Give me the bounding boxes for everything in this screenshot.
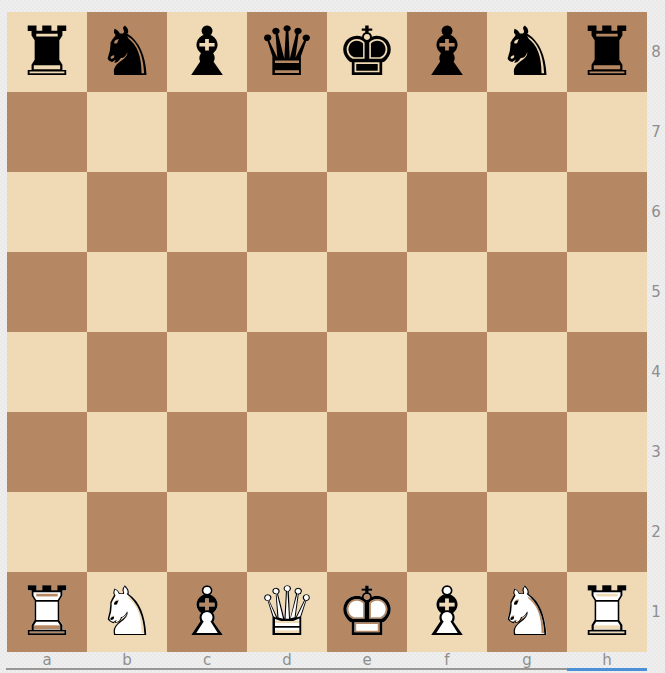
square-g2[interactable]	[487, 492, 567, 572]
square-g5[interactable]	[487, 252, 567, 332]
rank-label-8: 8	[647, 12, 665, 92]
square-f8[interactable]: ♝	[407, 12, 487, 92]
white-king-glyph: ♚	[327, 572, 407, 652]
rank-label-4: 4	[647, 332, 665, 412]
rank-label-5: 5	[647, 252, 665, 332]
file-label-e: e	[327, 652, 407, 668]
square-h7[interactable]	[567, 92, 647, 172]
piece-white-rook[interactable]: ♜♖	[7, 572, 87, 652]
square-e7[interactable]	[327, 92, 407, 172]
piece-white-queen[interactable]: ♛♕	[247, 572, 327, 652]
square-d1[interactable]: ♛♕	[247, 572, 327, 652]
piece-black-bishop[interactable]: ♝	[407, 12, 487, 92]
square-b7[interactable]	[87, 92, 167, 172]
file-label-d: d	[247, 652, 327, 668]
square-b8[interactable]: ♞	[87, 12, 167, 92]
rank-coordinates: 87654321	[647, 12, 665, 652]
square-a6[interactable]	[7, 172, 87, 252]
square-d2[interactable]	[247, 492, 327, 572]
square-b1[interactable]: ♞♘	[87, 572, 167, 652]
black-knight-glyph: ♞	[87, 12, 167, 92]
square-f7[interactable]	[407, 92, 487, 172]
square-f5[interactable]	[407, 252, 487, 332]
square-c8[interactable]: ♝	[167, 12, 247, 92]
black-rook-glyph: ♜	[7, 12, 87, 92]
white-bishop-outline-glyph: ♗	[167, 572, 247, 652]
piece-black-knight[interactable]: ♞	[487, 12, 567, 92]
square-f4[interactable]	[407, 332, 487, 412]
piece-white-king[interactable]: ♚♔	[327, 572, 407, 652]
square-a3[interactable]	[7, 412, 87, 492]
file-label-h: h	[567, 652, 647, 668]
square-f1[interactable]: ♝♗	[407, 572, 487, 652]
white-rook-outline-glyph: ♖	[7, 572, 87, 652]
square-a4[interactable]	[7, 332, 87, 412]
black-rook-glyph: ♜	[567, 12, 647, 92]
square-b3[interactable]	[87, 412, 167, 492]
white-queen-glyph: ♛	[247, 572, 327, 652]
square-h1[interactable]: ♜♖	[567, 572, 647, 652]
square-a1[interactable]: ♜♖	[7, 572, 87, 652]
rank-label-7: 7	[647, 92, 665, 172]
square-h2[interactable]	[567, 492, 647, 572]
piece-white-knight[interactable]: ♞♘	[487, 572, 567, 652]
square-h6[interactable]	[567, 172, 647, 252]
piece-black-rook[interactable]: ♜	[567, 12, 647, 92]
bottom-rule-track	[6, 668, 567, 670]
white-rook-outline-glyph: ♖	[567, 572, 647, 652]
file-label-c: c	[167, 652, 247, 668]
square-e5[interactable]	[327, 252, 407, 332]
square-h4[interactable]	[567, 332, 647, 412]
square-c1[interactable]: ♝♗	[167, 572, 247, 652]
file-coordinates: abcdefgh	[7, 652, 647, 668]
square-c2[interactable]	[167, 492, 247, 572]
square-a7[interactable]	[7, 92, 87, 172]
white-king-outline-glyph: ♔	[327, 572, 407, 652]
square-c6[interactable]	[167, 172, 247, 252]
square-g8[interactable]: ♞	[487, 12, 567, 92]
square-c3[interactable]	[167, 412, 247, 492]
square-g6[interactable]	[487, 172, 567, 252]
square-g3[interactable]	[487, 412, 567, 492]
white-knight-glyph: ♞	[487, 572, 567, 652]
square-e8[interactable]: ♚	[327, 12, 407, 92]
piece-black-knight[interactable]: ♞	[87, 12, 167, 92]
square-c4[interactable]	[167, 332, 247, 412]
square-d5[interactable]	[247, 252, 327, 332]
square-b2[interactable]	[87, 492, 167, 572]
square-h3[interactable]	[567, 412, 647, 492]
square-b6[interactable]	[87, 172, 167, 252]
rank-label-3: 3	[647, 412, 665, 492]
square-g1[interactable]: ♞♘	[487, 572, 567, 652]
piece-white-knight[interactable]: ♞♘	[87, 572, 167, 652]
square-b4[interactable]	[87, 332, 167, 412]
rank-label-2: 2	[647, 492, 665, 572]
square-f3[interactable]	[407, 412, 487, 492]
square-h8[interactable]: ♜	[567, 12, 647, 92]
white-knight-glyph: ♞	[87, 572, 167, 652]
file-label-b: b	[87, 652, 167, 668]
square-a2[interactable]	[7, 492, 87, 572]
square-d7[interactable]	[247, 92, 327, 172]
square-f6[interactable]	[407, 172, 487, 252]
square-b5[interactable]	[87, 252, 167, 332]
square-e1[interactable]: ♚♔	[327, 572, 407, 652]
rank-label-1: 1	[647, 572, 665, 652]
white-knight-outline-glyph: ♘	[87, 572, 167, 652]
square-c5[interactable]	[167, 252, 247, 332]
white-bishop-outline-glyph: ♗	[407, 572, 487, 652]
piece-white-bishop[interactable]: ♝♗	[167, 572, 247, 652]
chess-board: ♜♞♝♛♚♝♞♜♜♖♞♘♝♗♛♕♚♔♝♗♞♘♜♖	[7, 12, 647, 652]
square-e6[interactable]	[327, 172, 407, 252]
piece-white-rook[interactable]: ♜♖	[567, 572, 647, 652]
rank-label-6: 6	[647, 172, 665, 252]
square-d8[interactable]: ♛	[247, 12, 327, 92]
white-bishop-glyph: ♝	[167, 572, 247, 652]
square-d3[interactable]	[247, 412, 327, 492]
piece-black-queen[interactable]: ♛	[247, 12, 327, 92]
square-c7[interactable]	[167, 92, 247, 172]
file-label-f: f	[407, 652, 487, 668]
white-knight-outline-glyph: ♘	[487, 572, 567, 652]
chess-app-page: ♜♞♝♛♚♝♞♜♜♖♞♘♝♗♛♕♚♔♝♗♞♘♜♖ 87654321 abcdef…	[0, 0, 665, 673]
square-a5[interactable]	[7, 252, 87, 332]
square-d6[interactable]	[247, 172, 327, 252]
square-e2[interactable]	[327, 492, 407, 572]
piece-black-rook[interactable]: ♜	[7, 12, 87, 92]
bottom-rule-highlight[interactable]	[567, 668, 647, 671]
black-king-glyph: ♚	[327, 12, 407, 92]
piece-white-bishop[interactable]: ♝♗	[407, 572, 487, 652]
piece-black-bishop[interactable]: ♝	[167, 12, 247, 92]
white-queen-outline-glyph: ♕	[247, 572, 327, 652]
piece-black-king[interactable]: ♚	[327, 12, 407, 92]
black-bishop-glyph: ♝	[167, 12, 247, 92]
square-g4[interactable]	[487, 332, 567, 412]
square-e4[interactable]	[327, 332, 407, 412]
white-rook-glyph: ♜	[7, 572, 87, 652]
white-rook-glyph: ♜	[567, 572, 647, 652]
black-bishop-glyph: ♝	[407, 12, 487, 92]
square-e3[interactable]	[327, 412, 407, 492]
square-a8[interactable]: ♜	[7, 12, 87, 92]
square-h5[interactable]	[567, 252, 647, 332]
black-queen-glyph: ♛	[247, 12, 327, 92]
black-knight-glyph: ♞	[487, 12, 567, 92]
white-bishop-glyph: ♝	[407, 572, 487, 652]
square-d4[interactable]	[247, 332, 327, 412]
file-label-a: a	[7, 652, 87, 668]
file-label-g: g	[487, 652, 567, 668]
square-g7[interactable]	[487, 92, 567, 172]
square-f2[interactable]	[407, 492, 487, 572]
